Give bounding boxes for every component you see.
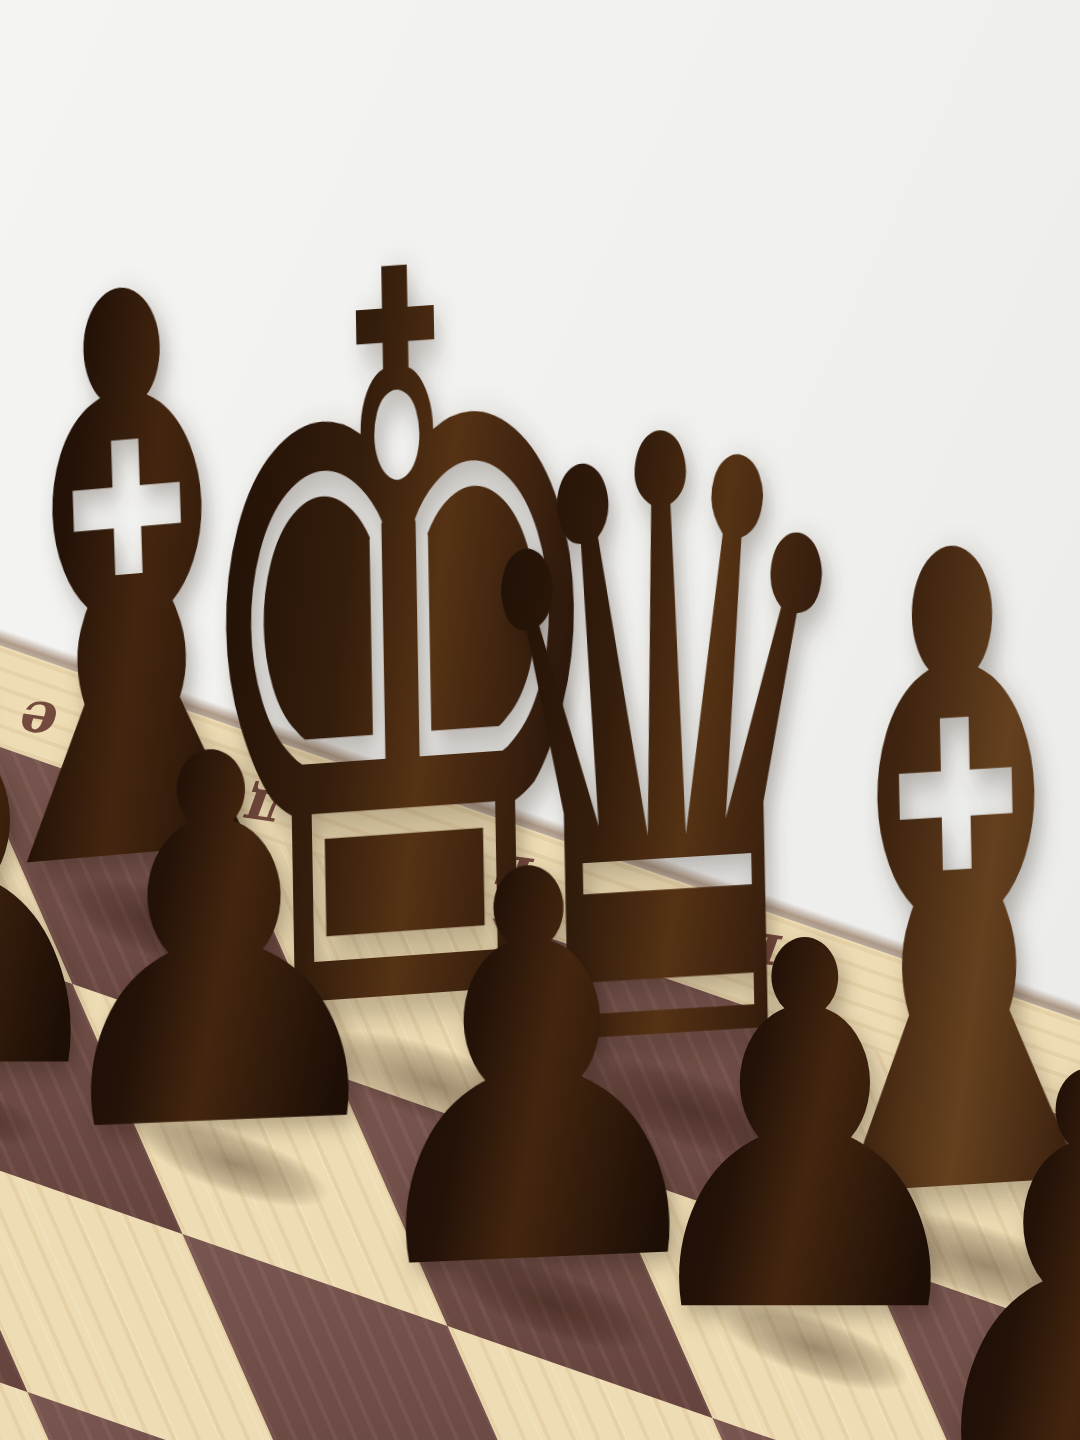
chess-photo-scene: едгв ♝♚♛♝♟♟♟♟♟ (0, 0, 1080, 1440)
black-pawn-c7[interactable]: ♟ (875, 1005, 1080, 1440)
chess-pieces: ♝♚♛♝♟♟♟♟♟ (0, 0, 1080, 1440)
